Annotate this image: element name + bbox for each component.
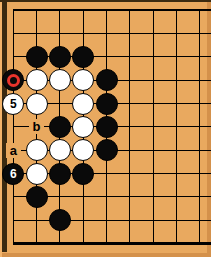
board-point [72, 139, 95, 162]
black-stone [96, 69, 118, 91]
board-point [48, 69, 71, 92]
board-point [48, 115, 71, 138]
board-grid: 56ab [2, 0, 211, 255]
point-label-a: a [6, 143, 21, 158]
black-stone [96, 139, 118, 161]
board-top-border [0, 0, 211, 2]
board-point [95, 69, 118, 92]
white-stone [26, 139, 48, 161]
board-point [25, 162, 48, 185]
black-stone [96, 93, 118, 115]
board-point [25, 139, 48, 162]
black-stone [49, 116, 71, 138]
board-point [95, 92, 118, 115]
board-point [72, 69, 95, 92]
board-point [25, 92, 48, 115]
circle-mark [7, 74, 20, 87]
board-point [2, 69, 25, 92]
board-point [48, 162, 71, 185]
white-stone [26, 69, 48, 91]
board-point: a [2, 139, 25, 162]
board-point [72, 162, 95, 185]
white-stone [72, 116, 94, 138]
white-stone [72, 93, 94, 115]
board-left-highlight [0, 0, 2, 257]
black-stone-circle-marked [2, 69, 24, 91]
white-stone [72, 139, 94, 161]
board-point [95, 115, 118, 138]
board-point [48, 45, 71, 68]
black-stone [49, 209, 71, 231]
board-point [72, 45, 95, 68]
board-point [25, 69, 48, 92]
board-point [25, 45, 48, 68]
board-point [72, 92, 95, 115]
board-point [72, 115, 95, 138]
point-label-b: b [29, 119, 44, 134]
white-stone [72, 69, 94, 91]
black-stone [49, 163, 71, 185]
black-stone [96, 116, 118, 138]
white-stone [49, 139, 71, 161]
white-stone [26, 163, 48, 185]
board-point [95, 139, 118, 162]
white-stone [49, 69, 71, 91]
board-point: 6 [2, 162, 25, 185]
black-stone [26, 186, 48, 208]
black-stone [49, 46, 71, 68]
black-stone [72, 46, 94, 68]
board-point [48, 209, 71, 232]
black-stone-move-6: 6 [2, 163, 24, 185]
board-point: 5 [2, 92, 25, 115]
black-stone [26, 46, 48, 68]
black-stone [72, 163, 94, 185]
white-stone [26, 93, 48, 115]
go-board-diagram[interactable]: 56ab [0, 0, 211, 257]
board-point: b [25, 115, 48, 138]
board-point [25, 185, 48, 208]
board-point [48, 139, 71, 162]
white-stone-move-5: 5 [2, 93, 24, 115]
